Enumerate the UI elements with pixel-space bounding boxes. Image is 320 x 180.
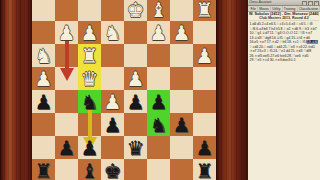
square-a5[interactable]: [193, 90, 216, 113]
white-pawn-e5[interactable]: ♟: [101, 90, 124, 113]
white-knight-h3[interactable]: ♞: [32, 44, 55, 67]
square-d5[interactable]: ♟: [124, 90, 147, 113]
square-g7[interactable]: ♟: [55, 136, 78, 159]
moves-after-current: ♘cd4 20.♘xd4 ♘xd4 21.♖e3 ♗c6 22.♔d1 ♗e7 …: [250, 44, 315, 61]
game-event-header: Club Masters 2013, Round 4.2: [249, 15, 319, 20]
square-a7[interactable]: ♟: [193, 136, 216, 159]
black-rook-a8[interactable]: ♜: [193, 159, 216, 180]
square-g1[interactable]: [55, 0, 78, 21]
square-h1[interactable]: [32, 0, 55, 21]
white-rook-f3[interactable]: ♜: [78, 44, 101, 67]
white-queen-f4[interactable]: ♛: [78, 67, 101, 90]
square-b2[interactable]: ♟: [170, 21, 193, 44]
square-b8[interactable]: [170, 159, 193, 180]
square-g6[interactable]: [55, 113, 78, 136]
square-b5[interactable]: [170, 90, 193, 113]
square-c8[interactable]: [147, 159, 170, 180]
chess-gui-screenshot: ♚♝♜♟♟♞♟♟♞♜♟♟♛♟♟♞♟♟♟♟♞♟♟♟♛♟♜♝♚♜ Chess Ass…: [0, 0, 320, 180]
wood-frame-right: [216, 0, 248, 180]
square-e5[interactable]: ♟: [101, 90, 124, 113]
square-e1[interactable]: [101, 0, 124, 21]
square-h6[interactable]: [32, 113, 55, 136]
square-h3[interactable]: ♞: [32, 44, 55, 67]
square-d4[interactable]: ♟: [124, 67, 147, 90]
square-h7[interactable]: [32, 136, 55, 159]
square-h2[interactable]: [32, 21, 55, 44]
white-pawn-d4[interactable]: ♟: [124, 67, 147, 90]
white-pawn-b2[interactable]: ♟: [170, 21, 193, 44]
square-b7[interactable]: [170, 136, 193, 159]
square-c2[interactable]: ♟: [147, 21, 170, 44]
wood-frame-left: [0, 0, 32, 180]
white-pawn-g2[interactable]: ♟: [55, 21, 78, 44]
black-pawn-g7[interactable]: ♟: [55, 136, 78, 159]
square-f4[interactable]: ♛: [78, 67, 101, 90]
square-b1[interactable]: [170, 0, 193, 21]
square-e3[interactable]: [101, 44, 124, 67]
square-e8[interactable]: ♚: [101, 159, 124, 180]
square-g5[interactable]: [55, 90, 78, 113]
square-c5[interactable]: ♟: [147, 90, 170, 113]
black-pawn-c5[interactable]: ♟: [147, 90, 170, 113]
black-knight-f5[interactable]: ♞: [78, 90, 101, 113]
square-d7[interactable]: ♛: [124, 136, 147, 159]
current-move[interactable]: 19.♕f4: [306, 40, 318, 44]
white-pawn-h4[interactable]: ♟: [32, 67, 55, 90]
square-a6[interactable]: [193, 113, 216, 136]
square-d6[interactable]: [124, 113, 147, 136]
square-f5[interactable]: ♞: [78, 90, 101, 113]
square-b3[interactable]: [170, 44, 193, 67]
white-king-d1[interactable]: ♚: [124, 0, 147, 21]
game-players-header: W. Sokolov (2412) - Dm. Morozov (2440): [249, 11, 319, 16]
square-f2[interactable]: ♟: [78, 21, 101, 44]
square-d1[interactable]: ♚: [124, 0, 147, 21]
black-queen-d7[interactable]: ♛: [124, 136, 147, 159]
square-d3[interactable]: [124, 44, 147, 67]
square-h4[interactable]: ♟: [32, 67, 55, 90]
square-f7[interactable]: ♟: [78, 136, 101, 159]
white-bishop-c1[interactable]: ♝: [147, 0, 170, 21]
square-a4[interactable]: [193, 67, 216, 90]
square-g2[interactable]: ♟: [55, 21, 78, 44]
square-b4[interactable]: [170, 67, 193, 90]
square-f1[interactable]: [78, 0, 101, 21]
square-c6[interactable]: ♞: [147, 113, 170, 136]
square-c4[interactable]: [147, 67, 170, 90]
square-d8[interactable]: [124, 159, 147, 180]
black-pawn-b6[interactable]: ♟: [170, 113, 193, 136]
white-pawn-f2[interactable]: ♟: [78, 21, 101, 44]
black-bishop-f8[interactable]: ♝: [78, 159, 101, 180]
square-b6[interactable]: ♟: [170, 113, 193, 136]
black-rook-h8[interactable]: ♜: [32, 159, 55, 180]
square-f8[interactable]: ♝: [78, 159, 101, 180]
white-rook-a1[interactable]: ♜: [193, 0, 216, 21]
square-h5[interactable]: ♟: [32, 90, 55, 113]
square-a2[interactable]: [193, 21, 216, 44]
square-c7[interactable]: [147, 136, 170, 159]
black-pawn-d5[interactable]: ♟: [124, 90, 147, 113]
square-f3[interactable]: ♜: [78, 44, 101, 67]
square-d2[interactable]: [124, 21, 147, 44]
square-e2[interactable]: ♞: [101, 21, 124, 44]
square-h8[interactable]: ♜: [32, 159, 55, 180]
white-pawn-c2[interactable]: ♟: [147, 21, 170, 44]
white-pawn-a3[interactable]: ♟: [193, 44, 216, 67]
square-c1[interactable]: ♝: [147, 0, 170, 21]
square-g8[interactable]: [55, 159, 78, 180]
square-a1[interactable]: ♜: [193, 0, 216, 21]
square-e7[interactable]: [101, 136, 124, 159]
move-list[interactable]: 1.d4 d5 2.c4 e6 3.♘c3 c5 4.e3 ♘c6 5.♘f3 …: [250, 21, 319, 62]
black-pawn-e6[interactable]: ♟: [101, 113, 124, 136]
notation-pane: W. Sokolov (2412) - Dm. Morozov (2440) C…: [249, 10, 319, 180]
chess-board: ♚♝♜♟♟♞♟♟♞♜♟♟♛♟♟♞♟♟♟♟♞♟♟♟♛♟♜♝♚♜: [32, 0, 216, 180]
red-arrow-head: [60, 68, 74, 81]
white-knight-e2[interactable]: ♞: [101, 21, 124, 44]
black-pawn-a7[interactable]: ♟: [193, 136, 216, 159]
black-pawn-f7[interactable]: ♟: [78, 136, 101, 159]
black-pawn-h5[interactable]: ♟: [32, 90, 55, 113]
black-king-e8[interactable]: ♚: [101, 159, 124, 180]
square-e6[interactable]: ♟: [101, 113, 124, 136]
square-e4[interactable]: [101, 67, 124, 90]
square-a3[interactable]: ♟: [193, 44, 216, 67]
black-knight-c6[interactable]: ♞: [147, 113, 170, 136]
square-c3[interactable]: [147, 44, 170, 67]
analysis-panel: Chess Assistant – □ × FileMovesUtilityTr…: [248, 0, 320, 180]
square-a8[interactable]: ♜: [193, 159, 216, 180]
